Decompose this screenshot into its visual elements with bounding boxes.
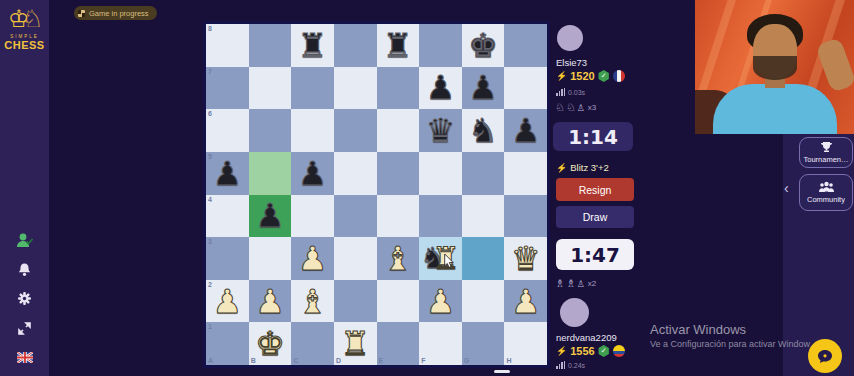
square-c7[interactable] xyxy=(291,67,334,110)
square-c8[interactable]: ♜ xyxy=(291,24,334,67)
top-player-rating-row: ⚡ 1520 ✓ xyxy=(556,70,625,82)
white-pawn: ♟ xyxy=(504,280,547,323)
rank-label: 6 xyxy=(208,110,212,117)
square-b1[interactable]: B♚ xyxy=(249,322,292,365)
top-player-avatar xyxy=(557,25,583,51)
people-icon xyxy=(818,181,835,193)
square-c1[interactable]: C xyxy=(291,322,334,365)
signal-bars-icon xyxy=(556,88,565,96)
black-pawn: ♟ xyxy=(462,67,505,110)
square-e4[interactable] xyxy=(377,195,420,238)
square-c2[interactable]: ♝ xyxy=(291,280,334,323)
square-a8[interactable]: 8 xyxy=(206,24,249,67)
fullscreen-expand-icon[interactable] xyxy=(0,321,49,339)
white-queen: ♛ xyxy=(504,237,547,280)
black-pawn: ♟ xyxy=(206,152,249,195)
square-b4[interactable]: ♟ xyxy=(249,195,292,238)
square-g3[interactable] xyxy=(462,237,505,280)
square-h4[interactable] xyxy=(504,195,547,238)
square-a4[interactable]: 4 xyxy=(206,195,249,238)
mouse-cursor xyxy=(443,254,455,272)
chat-bubble-button[interactable] xyxy=(808,339,842,373)
square-d6[interactable] xyxy=(334,109,377,152)
square-f4[interactable] xyxy=(419,195,462,238)
square-g8[interactable]: ♚ xyxy=(462,24,505,67)
white-pawn: ♟ xyxy=(249,280,292,323)
square-e1[interactable]: E xyxy=(377,322,420,365)
person-beard xyxy=(753,56,797,80)
left-sidebar: ♔♘ SIMPLE CHESS xyxy=(0,0,49,376)
square-f6[interactable]: ♛ xyxy=(419,109,462,152)
rank-label: 8 xyxy=(208,25,212,32)
square-a2[interactable]: 2♟ xyxy=(206,280,249,323)
file-label: B xyxy=(251,357,256,364)
square-h6[interactable]: ♟ xyxy=(504,109,547,152)
square-g6[interactable]: ♞ xyxy=(462,109,505,152)
square-e8[interactable]: ♜ xyxy=(377,24,420,67)
white-pawn: ♟ xyxy=(206,280,249,323)
square-e2[interactable] xyxy=(377,280,420,323)
settings-gear-icon[interactable] xyxy=(0,291,49,310)
square-b2[interactable]: ♟ xyxy=(249,280,292,323)
square-f7[interactable]: ♟ xyxy=(419,67,462,110)
community-label: Community xyxy=(807,195,845,204)
bottom-player-connection: 0.24s xyxy=(556,361,585,369)
square-g7[interactable]: ♟ xyxy=(462,67,505,110)
rank-label: 5 xyxy=(208,153,212,160)
mini-board-icon xyxy=(78,10,85,17)
game-status-text: Game in progress xyxy=(89,9,149,18)
collapse-drawer-chevron[interactable]: ‹ xyxy=(784,180,789,196)
online-status-icon[interactable] xyxy=(0,232,49,252)
top-player-name: Elsie73 xyxy=(556,57,587,68)
draw-button[interactable]: Draw xyxy=(556,206,634,228)
file-label: F xyxy=(421,357,425,364)
top-player-connection: 0.03s xyxy=(556,88,585,96)
white-pawn: ♟ xyxy=(291,237,334,280)
bottom-captured-tray: ♗♗♙x2 xyxy=(555,277,596,290)
white-king: ♚ xyxy=(249,322,292,365)
bottom-player-avatar xyxy=(560,298,589,327)
captured-multiplier: x3 xyxy=(588,103,596,112)
square-h5[interactable] xyxy=(504,152,547,195)
bottom-player-name: nerdvana2209 xyxy=(556,332,617,343)
square-c5[interactable]: ♟ xyxy=(291,152,334,195)
board-resize-handle[interactable] xyxy=(494,370,510,373)
square-b5[interactable] xyxy=(249,152,292,195)
white-bishop: ♝ xyxy=(377,237,420,280)
ecuador-flag-icon xyxy=(613,345,625,357)
square-c6[interactable] xyxy=(291,109,334,152)
windows-activation-title: Activar Windows xyxy=(650,322,746,337)
square-f3[interactable]: ♞♜ xyxy=(419,237,462,280)
logo-chess-pieces-icon: ♔♘ xyxy=(0,6,49,32)
chat-icon xyxy=(817,349,833,364)
resign-button[interactable]: Resign xyxy=(556,178,634,201)
app-logo[interactable]: ♔♘ SIMPLE CHESS xyxy=(0,6,49,51)
community-button[interactable]: Community xyxy=(799,174,853,211)
file-label: C xyxy=(293,357,298,364)
white-rook: ♜ xyxy=(419,237,462,280)
bottom-player-latency: 0.24s xyxy=(568,362,585,369)
rank-label: 1 xyxy=(208,323,212,330)
top-player-latency: 0.03s xyxy=(568,89,585,96)
mode-text: Blitz 3'+2 xyxy=(570,162,609,173)
square-e5[interactable] xyxy=(377,152,420,195)
black-rook: ♜ xyxy=(291,24,334,67)
language-uk-flag-icon[interactable] xyxy=(0,349,49,367)
black-queen: ♛ xyxy=(419,109,462,152)
white-rook: ♜ xyxy=(334,322,377,365)
verified-badge-icon: ✓ xyxy=(598,345,610,357)
signal-bars-icon xyxy=(556,361,565,369)
rank-label: 3 xyxy=(208,238,212,245)
chess-board: 8♜♜♚7♟♟6♛♞♟5♟♟4♟3♟♝♞♜♛2♟♟♝♟♟1AB♚CD♜EFGH xyxy=(206,24,547,365)
game-mode-label: ⚡ Blitz 3'+2 xyxy=(556,162,609,173)
captured-knight-icon: ♘ xyxy=(566,101,576,114)
square-c3[interactable]: ♟ xyxy=(291,237,334,280)
square-h2[interactable]: ♟ xyxy=(504,280,547,323)
chess-board-frame: 8♜♜♚7♟♟6♛♞♟5♟♟4♟3♟♝♞♜♛2♟♟♝♟♟1AB♚CD♜EFGH xyxy=(203,21,550,368)
square-d1[interactable]: D♜ xyxy=(334,322,377,365)
square-d7[interactable] xyxy=(334,67,377,110)
square-b6[interactable] xyxy=(249,109,292,152)
windows-activation-subtitle: Ve a Configuración para activar Window xyxy=(650,339,810,349)
square-a3[interactable]: 3 xyxy=(206,237,249,280)
notifications-bell-icon[interactable] xyxy=(0,262,49,281)
file-label: A xyxy=(208,357,213,364)
square-h7[interactable] xyxy=(504,67,547,110)
square-f8[interactable] xyxy=(419,24,462,67)
square-d2[interactable] xyxy=(334,280,377,323)
rank-label: 7 xyxy=(208,68,212,75)
bottom-player-clock: 1:47 xyxy=(556,239,634,270)
captured-pawn-icon: ♙ xyxy=(577,279,585,289)
square-e7[interactable] xyxy=(377,67,420,110)
black-knight: ♞ xyxy=(419,237,462,280)
square-d5[interactable] xyxy=(334,152,377,195)
captured-knight-icon: ♘ xyxy=(555,101,565,114)
square-f5[interactable] xyxy=(419,152,462,195)
square-a6[interactable]: 6 xyxy=(206,109,249,152)
square-h3[interactable]: ♛ xyxy=(504,237,547,280)
square-g1[interactable]: G xyxy=(462,322,505,365)
square-b7[interactable] xyxy=(249,67,292,110)
black-pawn: ♟ xyxy=(249,195,292,238)
verified-badge-icon: ✓ xyxy=(598,70,610,82)
square-a7[interactable]: 7 xyxy=(206,67,249,110)
webcam-video xyxy=(695,0,854,134)
square-b3[interactable] xyxy=(249,237,292,280)
captured-bishop-icon: ♗ xyxy=(566,277,576,290)
blitz-bolt-icon: ⚡ xyxy=(556,71,567,81)
square-h8[interactable] xyxy=(504,24,547,67)
top-player-clock: 1:14 xyxy=(553,122,633,151)
tournaments-label: Tournamen… xyxy=(803,155,848,164)
rank-label: 2 xyxy=(208,281,212,288)
logo-word-bottom: CHESS xyxy=(0,39,49,51)
black-rook: ♜ xyxy=(377,24,420,67)
blitz-bolt-icon: ⚡ xyxy=(556,346,567,356)
mode-bolt-icon: ⚡ xyxy=(556,163,567,173)
tournaments-button[interactable]: Tournamen… xyxy=(799,137,853,168)
square-d3[interactable] xyxy=(334,237,377,280)
square-d8[interactable] xyxy=(334,24,377,67)
top-captured-tray: ♘♘♙x3 xyxy=(555,101,596,114)
captured-pawn-icon: ♙ xyxy=(577,103,585,113)
square-e3[interactable]: ♝ xyxy=(377,237,420,280)
file-label: H xyxy=(506,357,511,364)
file-label: D xyxy=(336,357,341,364)
game-status-badge: Game in progress xyxy=(74,6,157,20)
rank-label: 4 xyxy=(208,196,212,203)
captured-bishop-icon: ♗ xyxy=(555,277,565,290)
square-g2[interactable] xyxy=(462,280,505,323)
white-pawn: ♟ xyxy=(419,280,462,323)
file-label: E xyxy=(379,357,384,364)
black-pawn: ♟ xyxy=(419,67,462,110)
black-king: ♚ xyxy=(462,24,505,67)
top-player-rating: 1520 xyxy=(570,70,594,82)
square-f2[interactable]: ♟ xyxy=(419,280,462,323)
bottom-player-rating: 1556 xyxy=(570,345,594,357)
square-g4[interactable] xyxy=(462,195,505,238)
square-f1[interactable]: F xyxy=(419,322,462,365)
person-shirt xyxy=(713,84,837,134)
black-knight: ♞ xyxy=(462,109,505,152)
square-a5[interactable]: 5♟ xyxy=(206,152,249,195)
square-b8[interactable] xyxy=(249,24,292,67)
square-c4[interactable] xyxy=(291,195,334,238)
file-label: G xyxy=(464,357,469,364)
bottom-player-rating-row: ⚡ 1556 ✓ xyxy=(556,345,625,357)
square-e6[interactable] xyxy=(377,109,420,152)
trophy-icon xyxy=(820,141,833,153)
square-h1[interactable]: H xyxy=(504,322,547,365)
square-a1[interactable]: 1A xyxy=(206,322,249,365)
black-pawn: ♟ xyxy=(504,109,547,152)
white-bishop: ♝ xyxy=(291,280,334,323)
black-pawn: ♟ xyxy=(291,152,334,195)
square-d4[interactable] xyxy=(334,195,377,238)
square-g5[interactable] xyxy=(462,152,505,195)
france-flag-icon xyxy=(613,70,625,82)
captured-multiplier: x2 xyxy=(588,279,596,288)
